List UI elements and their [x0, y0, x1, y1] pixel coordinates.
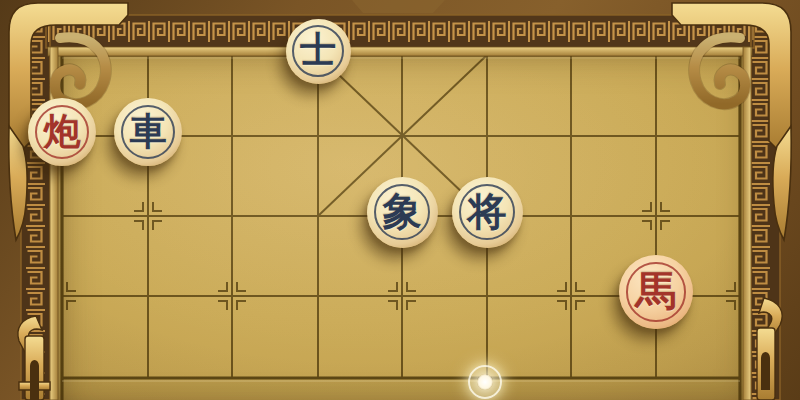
xiangqi-game-screen: 炮車士象将馬: [0, 0, 800, 400]
piece-character: 車: [130, 113, 167, 150]
piece-character: 将: [468, 192, 507, 231]
right-edge-ornament: [757, 298, 782, 400]
piece-red-cannon[interactable]: 炮: [28, 98, 96, 166]
frame-top-sheen: [352, 0, 445, 13]
piece-black-advisor[interactable]: 士: [286, 19, 351, 84]
piece-red-horse[interactable]: 馬: [619, 255, 693, 329]
piece-black-elephant[interactable]: 象: [367, 177, 438, 248]
left-edge-ornament: [18, 316, 50, 400]
piece-character: 士: [300, 32, 336, 68]
piece-black-general[interactable]: 将: [452, 177, 523, 248]
piece-black-chariot[interactable]: 車: [114, 98, 182, 166]
piece-character: 炮: [44, 113, 81, 150]
piece-character: 馬: [636, 271, 677, 312]
piece-character: 象: [383, 192, 422, 231]
